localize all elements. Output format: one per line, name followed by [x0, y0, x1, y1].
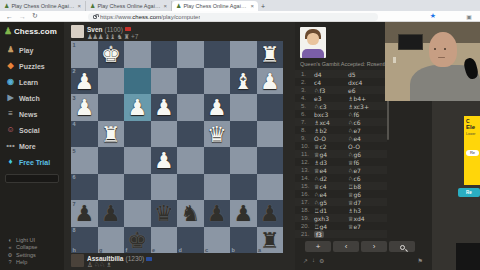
black-move[interactable]: ♕g6: [348, 191, 382, 198]
rank-label: 8: [73, 227, 76, 233]
black-move[interactable]: e6: [348, 87, 382, 94]
white-move[interactable]: gxh3: [314, 215, 348, 222]
square-e1[interactable]: [151, 41, 178, 68]
square-e4[interactable]: [151, 121, 178, 148]
square-b3[interactable]: [230, 94, 257, 121]
file-label: a: [258, 247, 261, 253]
webcam-feed: [385, 22, 480, 101]
white-move[interactable]: ♗d3: [314, 159, 348, 166]
news-icon: ≡: [6, 110, 15, 118]
share-icon[interactable]: ↗: [303, 257, 308, 264]
square-a1[interactable]: ♜: [257, 41, 284, 68]
black-move[interactable]: ♕d7: [348, 199, 382, 206]
square-e2[interactable]: [151, 68, 178, 95]
streamer-head: [429, 32, 458, 67]
white-move[interactable]: ♘d2: [314, 175, 348, 182]
file-label: g: [99, 247, 102, 253]
sidebar-item-free-trial[interactable]: ♦Free Trial: [0, 154, 64, 170]
move-forward-button[interactable]: ›: [361, 241, 387, 252]
black-move[interactable]: ♘e7: [348, 127, 382, 134]
webcam-tv: [398, 34, 423, 50]
sidebar-item-more[interactable]: •••More: [0, 138, 64, 154]
move-row: 5.♘c3♗xc3+: [295, 102, 387, 110]
overlay-corner-box: [456, 243, 480, 270]
social-icon: ☺: [6, 126, 15, 134]
black-move[interactable]: ♕f6: [348, 159, 382, 166]
square-h1[interactable]: 1: [71, 41, 98, 68]
player-avatar[interactable]: [71, 254, 84, 267]
white-p-piece: ♟: [151, 94, 178, 121]
settings-gear-icon[interactable]: ⚙: [319, 257, 324, 264]
white-q-piece: ♛: [204, 121, 231, 148]
square-h7[interactable]: ♟7: [71, 200, 98, 227]
rank-label: 6: [73, 174, 76, 180]
rank-label: 3: [73, 95, 76, 101]
square-b1[interactable]: [230, 41, 257, 68]
bot-avatar: [300, 27, 326, 58]
sidebar: ♟ Chess.com ♟Play◆Puzzles◉Learn▶Watch≡Ne…: [0, 22, 64, 270]
download-icon[interactable]: ↓: [312, 257, 315, 264]
square-g4[interactable]: ♜: [98, 121, 125, 148]
move-row: 8.♗b2♘e7: [295, 126, 387, 134]
back-icon[interactable]: ←: [6, 13, 13, 20]
move-row: 18.♖d1♗h3: [295, 206, 387, 214]
ad-white-button[interactable]: Re: [466, 150, 479, 156]
square-h2[interactable]: ♟2: [71, 68, 98, 95]
white-move[interactable]: f3: [314, 231, 324, 238]
square-e7[interactable]: ♛: [151, 200, 178, 227]
black-p-piece: ♟: [204, 200, 231, 227]
puzzles-icon: ◆: [6, 62, 15, 70]
square-g5[interactable]: [98, 147, 125, 174]
white-move[interactable]: c4: [314, 79, 348, 86]
sidebar-footer-light-ui[interactable]: ◐Light UI: [0, 236, 64, 244]
ad-heading: Ele: [466, 124, 480, 130]
square-a2[interactable]: ♟: [257, 68, 284, 95]
opponent-avatar[interactable]: [71, 25, 84, 38]
move-row: 2.c4dxc4: [295, 78, 387, 86]
game-controls: + ‹ ›: [305, 241, 415, 252]
sidebar-item-social[interactable]: ☺Social: [0, 122, 64, 138]
forward-icon[interactable]: →: [19, 13, 26, 20]
move-row: 21.f3: [295, 230, 387, 238]
bookmark-star-icon[interactable]: ★: [430, 12, 436, 20]
black-n-piece: ♞: [177, 200, 204, 227]
square-g1[interactable]: ♚: [98, 41, 125, 68]
free trial-icon: ♦: [6, 158, 15, 166]
move-row: 17.♘g5♕d7: [295, 198, 387, 206]
black-move[interactable]: ♗b4+: [348, 95, 382, 102]
white-move[interactable]: ♖d1: [314, 207, 348, 214]
rank-label: 1: [73, 42, 76, 48]
move-row: 1.d4d5: [295, 70, 387, 78]
move-row: 20.♖g4♕e7: [295, 222, 387, 230]
square-f3[interactable]: ♟: [124, 94, 151, 121]
black-move[interactable]: ♘f6: [348, 111, 382, 118]
white-p-piece: ♟: [124, 94, 151, 121]
square-g7[interactable]: ♟: [98, 200, 125, 227]
move-row: 19.gxh3♕xd4: [295, 214, 387, 222]
square-h4[interactable]: 4: [71, 121, 98, 148]
square-f5[interactable]: [124, 147, 151, 174]
file-label: f: [126, 247, 128, 253]
square-h6[interactable]: 6: [71, 174, 98, 201]
move-row: 14.♘d2♘c6: [295, 174, 387, 182]
move-row: 12.♗d3♕f6: [295, 158, 387, 166]
white-move[interactable]: d4: [314, 71, 348, 78]
square-b6[interactable]: [230, 174, 257, 201]
white-move[interactable]: ♗b2: [314, 127, 348, 134]
square-d7[interactable]: ♞: [177, 200, 204, 227]
white-move[interactable]: ♕c2: [314, 143, 348, 150]
player-captured-pieces: ♙ ♘♘ ♗: [87, 262, 152, 269]
black-k-piece: ♚: [124, 227, 151, 254]
chess-board[interactable]: 1♚♜♟2♝♟♟3♟♟♟4♜♛5♟6♟7♟♛♞♟♟♟8hg♚fedcb♜a: [71, 41, 283, 253]
white-move[interactable]: ♘c3: [314, 103, 348, 110]
ad-body: Lower: [466, 132, 480, 136]
sidebar-item-news[interactable]: ≡News: [0, 106, 64, 122]
chesscom-favicon: ♟: [4, 3, 9, 9]
rank-label: 7: [73, 201, 76, 207]
opponent-bar: Sven (1100) ♟♟♟ ♝♝ ♞ ♜+7: [71, 25, 291, 41]
chesscom-favicon: ♟: [176, 3, 181, 9]
extensions-icon[interactable]: ▣: [466, 13, 472, 20]
rank-label: 4: [73, 121, 76, 127]
square-b4[interactable]: [230, 121, 257, 148]
chesscom-logo[interactable]: ♟ Chess.com: [0, 22, 64, 36]
square-c3[interactable]: ♟: [204, 94, 231, 121]
move-row: 3.♘f3e6: [295, 86, 387, 94]
opponent-rating: (1100): [105, 26, 123, 33]
square-c1[interactable]: [204, 41, 231, 68]
white-move[interactable]: ♘f3: [314, 87, 348, 94]
url-bar[interactable]: https://www.chess.com/play/computer: [88, 13, 378, 21]
player-bar: Assaultbilla (1230) ♙ ♘♘ ♗: [71, 254, 291, 270]
resign-flag-icon[interactable]: ⚑: [418, 257, 423, 264]
move-row: 16.♘e4♕g6: [295, 190, 387, 198]
watch-icon: ▶: [6, 94, 15, 102]
black-move[interactable]: ♕e7: [348, 223, 382, 230]
square-d6[interactable]: [177, 174, 204, 201]
reload-icon[interactable]: ↻: [32, 12, 38, 20]
add-move-button[interactable]: +: [305, 241, 331, 252]
sidebar-footer-collapse[interactable]: «Collapse: [0, 244, 64, 252]
square-b7[interactable]: ♟: [230, 200, 257, 227]
black-p-piece: ♟: [230, 200, 257, 227]
white-p-piece: ♟: [257, 68, 284, 95]
white-p-piece: ♟: [151, 147, 178, 174]
move-row: 10.♕c2O-O: [295, 142, 387, 150]
player-rating: (1230): [125, 255, 144, 262]
black-move[interactable]: O-O: [348, 143, 382, 150]
white-r-piece: ♜: [257, 41, 284, 68]
ad-banner[interactable]: C Ele Lower Re: [464, 116, 480, 185]
move-row: 11.♕g4♘g6: [295, 150, 387, 158]
black-q-piece: ♛: [151, 200, 178, 227]
white-k-piece: ♚: [98, 41, 125, 68]
sidebar-footer-settings[interactable]: ⚙Settings: [0, 251, 64, 259]
white-move[interactable]: ♘e4: [314, 191, 348, 198]
square-a5[interactable]: [257, 147, 284, 174]
square-c4[interactable]: ♛: [204, 121, 231, 148]
square-f8[interactable]: ♚f: [124, 227, 151, 254]
webcam-light-switch: [393, 57, 396, 63]
square-c2[interactable]: [204, 68, 231, 95]
sidebar-item-watch[interactable]: ▶Watch: [0, 90, 64, 106]
square-a3[interactable]: [257, 94, 284, 121]
white-move[interactable]: e3: [314, 95, 348, 102]
square-d1[interactable]: [177, 41, 204, 68]
sidebar-item-puzzles[interactable]: ◆Puzzles: [0, 58, 64, 74]
square-h8[interactable]: 8h: [71, 227, 98, 254]
move-row: 13.♕e4♘e7: [295, 166, 387, 174]
square-d5[interactable]: [177, 147, 204, 174]
tab-close-icon[interactable]: ×: [77, 3, 81, 9]
new-tab-button[interactable]: +: [258, 3, 270, 11]
player-flag: [146, 257, 152, 261]
white-move[interactable]: ♗xc4: [314, 119, 348, 126]
lock-icon: [93, 15, 97, 19]
square-b5[interactable]: [230, 147, 257, 174]
black-move[interactable]: ♕xd4: [348, 215, 382, 222]
square-g3[interactable]: [98, 94, 125, 121]
square-d2[interactable]: [177, 68, 204, 95]
square-e6[interactable]: [151, 174, 178, 201]
opponent-captured-pieces: ♟♟♟ ♝♝ ♞ ♜+7: [87, 33, 138, 41]
black-move[interactable]: ♘c6: [348, 119, 382, 126]
file-label: e: [152, 247, 155, 253]
more-icon: •••: [6, 142, 15, 150]
move-row: 6.bxc3♘f6: [295, 110, 387, 118]
square-d3[interactable]: [177, 94, 204, 121]
streamer-eye: [444, 48, 446, 50]
analysis-search-button[interactable]: [389, 241, 415, 252]
square-a6[interactable]: [257, 174, 284, 201]
square-f7[interactable]: [124, 200, 151, 227]
file-label: d: [179, 247, 182, 253]
browser-toolbar: ← → ↻ https://www.chess.com/play/compute…: [0, 11, 480, 22]
square-e3[interactable]: ♟: [151, 94, 178, 121]
learn-icon: ◉: [6, 78, 15, 86]
black-move[interactable]: ♗h3: [348, 207, 382, 214]
file-label: b: [232, 247, 235, 253]
browser-tab[interactable]: ♟Play Chess Online Against Co×: [172, 1, 258, 11]
search-input[interactable]: [5, 174, 59, 183]
square-g2[interactable]: [98, 68, 125, 95]
move-row: 7.♗xc4♘c6: [295, 118, 387, 126]
square-c5[interactable]: [204, 147, 231, 174]
sidebar-item-learn[interactable]: ◉Learn: [0, 74, 64, 90]
sidebar-footer-help[interactable]: ?Help: [0, 259, 64, 267]
black-p-piece: ♟: [257, 200, 284, 227]
square-c7[interactable]: ♟: [204, 200, 231, 227]
logo-pawn-icon: ♟: [4, 27, 12, 36]
black-move[interactable]: ♘c6: [348, 175, 382, 182]
square-g8[interactable]: g: [98, 227, 125, 254]
white-move[interactable]: ♕c4: [314, 183, 348, 190]
rank-label: 5: [73, 148, 76, 154]
file-label: c: [205, 247, 208, 253]
square-f4[interactable]: [124, 121, 151, 148]
browser-tab[interactable]: ♟Play Chess Online Against Co×: [86, 1, 172, 11]
url-text: https://www.chess.com/play/computer: [100, 14, 200, 20]
black-move[interactable]: ♖b8: [348, 183, 382, 190]
square-a8[interactable]: ♜a: [257, 227, 284, 254]
tab-close-icon[interactable]: ×: [163, 3, 167, 9]
square-h3[interactable]: ♟3: [71, 94, 98, 121]
rank-label: 2: [73, 68, 76, 74]
play-icon: ♟: [6, 46, 15, 54]
sidebar-item-play[interactable]: ♟Play: [0, 42, 64, 58]
white-move[interactable]: O-O: [314, 135, 348, 142]
black-move[interactable]: d5: [348, 71, 382, 78]
logo-text: Chess.com: [14, 27, 57, 36]
square-b8[interactable]: b: [230, 227, 257, 254]
square-g6[interactable]: [98, 174, 125, 201]
square-a4[interactable]: [257, 121, 284, 148]
chesscom-favicon: ♟: [90, 3, 95, 9]
black-move[interactable]: ♘e7: [348, 167, 382, 174]
square-e5[interactable]: ♟: [151, 147, 178, 174]
move-back-button[interactable]: ‹: [333, 241, 359, 252]
square-d8[interactable]: d: [177, 227, 204, 254]
white-move[interactable]: ♕g4: [314, 151, 348, 158]
white-b-piece: ♝: [230, 68, 257, 95]
black-move[interactable]: dxc4: [348, 79, 382, 86]
square-a7[interactable]: ♟: [257, 200, 284, 227]
browser-tab-strip: ♟Play Chess Online Against Co×♟Play Ches…: [0, 0, 480, 11]
square-b2[interactable]: ♝: [230, 68, 257, 95]
screen: ♟Play Chess Online Against Co×♟Play Ches…: [0, 0, 480, 270]
square-e8[interactable]: e: [151, 227, 178, 254]
square-f1[interactable]: [124, 41, 151, 68]
square-f6[interactable]: [124, 174, 151, 201]
black-move[interactable]: ♘e4: [348, 135, 382, 142]
move-row: 9.O-O♘e4: [295, 134, 387, 142]
move-list: 1.d4d52.c4dxc43.♘f3e64.e3♗b4+5.♘c3♗xc3+6…: [295, 70, 387, 238]
opponent-name[interactable]: Sven: [87, 26, 103, 33]
white-move[interactable]: ♖g4: [314, 223, 348, 230]
black-p-piece: ♟: [98, 200, 125, 227]
move-row: 15.♕c4♖b8: [295, 182, 387, 190]
square-d4[interactable]: [177, 121, 204, 148]
square-h5[interactable]: 5: [71, 147, 98, 174]
white-r-piece: ♜: [98, 121, 125, 148]
square-f2[interactable]: [124, 68, 151, 95]
square-c8[interactable]: c: [204, 227, 231, 254]
square-c6[interactable]: [204, 174, 231, 201]
white-move[interactable]: ♘g5: [314, 199, 348, 206]
tab-close-icon[interactable]: ×: [250, 3, 254, 9]
black-move[interactable]: ♘g6: [348, 151, 382, 158]
white-move[interactable]: bxc3: [314, 111, 348, 118]
white-move[interactable]: ♕e4: [314, 167, 348, 174]
white-p-piece: ♟: [204, 94, 231, 121]
file-label: h: [73, 247, 76, 253]
move-row: 4.e3♗b4+: [295, 94, 387, 102]
magnifier-icon: [400, 245, 405, 250]
ad-teal-button[interactable]: Re: [458, 188, 480, 197]
opponent-flag: [125, 27, 131, 31]
browser-tab[interactable]: ♟Play Chess Online Against Co×: [0, 1, 86, 11]
black-move[interactable]: ♗xc3+: [348, 103, 382, 110]
